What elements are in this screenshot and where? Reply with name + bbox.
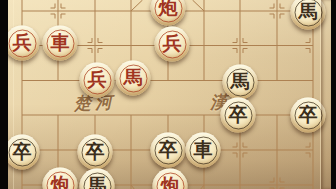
piece-red-soldier[interactable]: 兵 xyxy=(5,26,40,61)
letterbox-bar-right xyxy=(331,0,336,189)
piece-character: 卒 xyxy=(299,105,318,124)
piece-character: 炮 xyxy=(159,0,178,17)
piece-character: 兵 xyxy=(13,33,32,52)
piece-character: 馬 xyxy=(124,68,143,87)
piece-black-soldier[interactable]: 卒 xyxy=(221,98,256,133)
game-screen: 楚河 漢界 炮馬兵車兵兵馬馬卒卒卒卒卒車炮馬炮 xyxy=(0,0,336,189)
piece-red-horse[interactable]: 馬 xyxy=(116,61,151,96)
piece-character: 炮 xyxy=(51,175,70,189)
piece-character: 卒 xyxy=(159,140,178,159)
piece-character: 馬 xyxy=(231,72,250,91)
piece-character: 車 xyxy=(51,33,70,52)
piece-black-horse[interactable]: 馬 xyxy=(223,65,258,100)
piece-red-soldier[interactable]: 兵 xyxy=(155,27,190,62)
piece-character: 兵 xyxy=(163,34,182,53)
board-right-rail xyxy=(320,0,331,189)
piece-character: 車 xyxy=(194,140,213,159)
piece-character: 炮 xyxy=(161,176,180,189)
piece-character: 卒 xyxy=(13,142,32,161)
piece-black-soldier[interactable]: 卒 xyxy=(5,135,40,170)
piece-character: 兵 xyxy=(88,70,107,89)
letterbox-bar-left xyxy=(0,0,8,189)
piece-character: 馬 xyxy=(299,2,318,21)
piece-red-soldier[interactable]: 兵 xyxy=(80,63,115,98)
piece-character: 卒 xyxy=(86,142,105,161)
piece-red-chariot[interactable]: 車 xyxy=(43,26,78,61)
piece-black-soldier[interactable]: 卒 xyxy=(151,133,186,168)
piece-black-soldier[interactable]: 卒 xyxy=(78,135,113,170)
piece-character: 馬 xyxy=(88,176,107,189)
piece-black-chariot[interactable]: 車 xyxy=(186,133,221,168)
piece-character: 卒 xyxy=(229,105,248,124)
